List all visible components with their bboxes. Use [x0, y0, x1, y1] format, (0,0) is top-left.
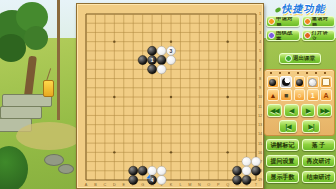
- black-stone: [129, 166, 138, 175]
- tool-panel: ▲■○1A ◀◀◀▶▶▶ |◀▶|: [264, 69, 335, 136]
- row-label: 13: [258, 123, 262, 127]
- col-label: T: [255, 183, 258, 187]
- row-label: 10: [258, 95, 262, 99]
- step-back-button[interactable]: ◀: [284, 104, 299, 117]
- white-stone: [157, 166, 166, 175]
- black-stone: [157, 56, 166, 65]
- apply-game-button[interactable]: 申请对局: [266, 16, 300, 27]
- row-label: 9: [259, 86, 261, 90]
- tool-mark-triangle[interactable]: ▲: [267, 89, 279, 101]
- current-move-marker: [146, 174, 150, 179]
- black-stone: [138, 56, 147, 65]
- white-stone: [157, 46, 166, 55]
- row-label: 12: [258, 114, 262, 118]
- tree-canopy: [24, 26, 48, 50]
- tool-mark-circle[interactable]: ○: [294, 89, 306, 101]
- alt-stone-icon: [282, 78, 290, 86]
- restart-review-button[interactable]: 再次研讨: [302, 155, 335, 167]
- end-review-button[interactable]: 结束研讨: [302, 171, 335, 183]
- star-point: [170, 40, 172, 42]
- black-stone: [138, 166, 147, 175]
- stone-tool-row: [265, 75, 334, 88]
- row-label: 1: [259, 12, 261, 16]
- col-label: D: [113, 183, 116, 187]
- black-stone-icon: [296, 79, 303, 86]
- wooden-pole: [57, 0, 60, 120]
- col-label: N: [198, 183, 201, 187]
- white-stone: [251, 157, 260, 166]
- row-label: 5: [259, 49, 261, 53]
- mark-tool-row: ▲■○1A: [265, 88, 334, 101]
- star-point: [226, 151, 228, 153]
- row-label: 15: [258, 142, 262, 146]
- col-label: K: [170, 183, 173, 187]
- invite-game-button-label: 邀请对局: [312, 16, 334, 27]
- col-label: P: [217, 183, 220, 187]
- tool-eraser[interactable]: [320, 76, 332, 88]
- apply-game-button-label: 申请对局: [276, 16, 298, 27]
- black-stone: [251, 166, 260, 175]
- white-stone: [166, 56, 175, 65]
- row-label: 14: [258, 132, 262, 136]
- white-stone: [157, 65, 166, 74]
- col-label: B: [94, 183, 97, 187]
- stone-move-number: 4: [151, 177, 154, 183]
- white-stone-icon: [308, 78, 317, 87]
- black-stone: [148, 65, 157, 74]
- leaf-icon: [274, 7, 281, 13]
- quick-buttons: 申请对局邀请对局围棋故事打开讲义: [266, 16, 335, 41]
- go-board-panel: ABCDEFGHJKLMNOPQRST123456789101112131415…: [76, 3, 264, 189]
- black-stone-icon: [269, 79, 276, 86]
- row-label: 19: [258, 178, 262, 182]
- tool-alternate-stone[interactable]: [280, 76, 292, 88]
- tool-mark-number-icon: 1: [311, 92, 315, 99]
- black-stone: [242, 175, 251, 184]
- exit-classroom-label: 退出课堂: [293, 55, 315, 62]
- row-label: 16: [258, 151, 262, 155]
- go-classroom-app: ABCDEFGHJKLMNOPQRST123456789101112131415…: [0, 0, 336, 189]
- row-label: 3: [259, 31, 261, 35]
- col-label: L: [179, 183, 181, 187]
- rock: [58, 164, 74, 174]
- jump-row: |◀▶|: [265, 117, 334, 133]
- go-story-icon: [268, 32, 275, 39]
- action-buttons: 讲解标记落 子提问设置再次研讨显示手数结束研讨: [266, 139, 335, 183]
- white-stone: [242, 157, 251, 166]
- col-label: G: [141, 183, 144, 187]
- star-point: [170, 96, 172, 98]
- col-label: M: [188, 183, 191, 187]
- tool-white-stone[interactable]: [307, 76, 319, 88]
- row-label: 7: [259, 68, 261, 72]
- stone-move-number: 1: [151, 57, 154, 63]
- col-label: O: [207, 183, 210, 187]
- black-stone: [148, 46, 157, 55]
- lecture-mark-button[interactable]: 讲解标记: [266, 139, 299, 151]
- star-point: [113, 151, 115, 153]
- right-panel: 快捷功能 申请对局邀请对局围棋故事打开讲义 退出课堂 ▲■○1A ◀◀◀▶▶▶ …: [264, 0, 336, 189]
- star-point: [113, 40, 115, 42]
- row-label: 4: [259, 40, 261, 44]
- tool-mark-number[interactable]: 1: [307, 89, 319, 101]
- go-board[interactable]: ABCDEFGHJKLMNOPQRST123456789101112131415…: [77, 4, 263, 188]
- row-label: 11: [258, 105, 262, 109]
- exit-row: 退出课堂: [264, 53, 336, 64]
- invite-game-icon: [304, 18, 311, 25]
- col-label: C: [104, 183, 107, 187]
- tool-mark-square-icon: ■: [284, 92, 288, 99]
- open-lecture-button-label: 打开讲义: [312, 30, 334, 41]
- tool-mark-letter-icon: A: [324, 92, 329, 99]
- black-stone: [233, 175, 242, 184]
- rewind-button[interactable]: ◀◀: [267, 104, 282, 117]
- row-label: 2: [259, 22, 261, 26]
- dirt-path: [16, 122, 82, 150]
- col-label: Q: [226, 183, 229, 187]
- star-point: [226, 96, 228, 98]
- show-move-numbers-button[interactable]: 显示手数: [266, 171, 299, 183]
- white-stone: [157, 175, 166, 184]
- exit-classroom-button[interactable]: 退出课堂: [279, 53, 321, 64]
- star-point: [170, 151, 172, 153]
- row-label: 8: [259, 77, 261, 81]
- jump-end-button[interactable]: ▶|: [302, 120, 320, 133]
- tool-mark-triangle-icon: ▲: [269, 92, 276, 99]
- jump-start-button[interactable]: |◀: [279, 120, 297, 133]
- white-stone: [148, 166, 157, 175]
- tool-mark-circle-icon: ○: [297, 92, 301, 99]
- tool-mark-letter[interactable]: A: [320, 89, 332, 101]
- hanging-tag: [43, 80, 54, 97]
- stone-move-number: 3: [170, 48, 173, 54]
- tool-mark-square[interactable]: ■: [280, 89, 292, 101]
- black-stone: [129, 175, 138, 184]
- open-lecture-button[interactable]: 打开讲义: [302, 30, 336, 41]
- go-story-button-label: 围棋故事: [276, 30, 298, 41]
- invite-game-button[interactable]: 邀请对局: [302, 16, 336, 27]
- col-label: A: [85, 183, 88, 187]
- row-label: 6: [259, 59, 261, 63]
- black-stone: [233, 166, 242, 175]
- tool-black-stone-2[interactable]: [294, 76, 306, 88]
- star-point: [226, 40, 228, 42]
- fast-forward-button[interactable]: ▶▶: [317, 104, 332, 117]
- quick-functions-title: 快捷功能: [264, 2, 336, 16]
- apply-game-icon: [268, 18, 275, 25]
- star-point: [113, 96, 115, 98]
- question-setting-button[interactable]: 提问设置: [266, 155, 299, 167]
- go-story-button[interactable]: 围棋故事: [266, 30, 300, 41]
- eraser-icon: [322, 78, 330, 86]
- open-lecture-icon: [304, 32, 311, 39]
- white-stone: [242, 166, 251, 175]
- col-label: E: [123, 183, 126, 187]
- tool-black-stone[interactable]: [267, 76, 279, 88]
- step-forward-button[interactable]: ▶: [301, 104, 316, 117]
- place-stone-button[interactable]: 落 子: [302, 139, 335, 151]
- playback-row: ◀◀◀▶▶▶: [265, 101, 334, 117]
- exit-classroom-icon: [285, 55, 292, 62]
